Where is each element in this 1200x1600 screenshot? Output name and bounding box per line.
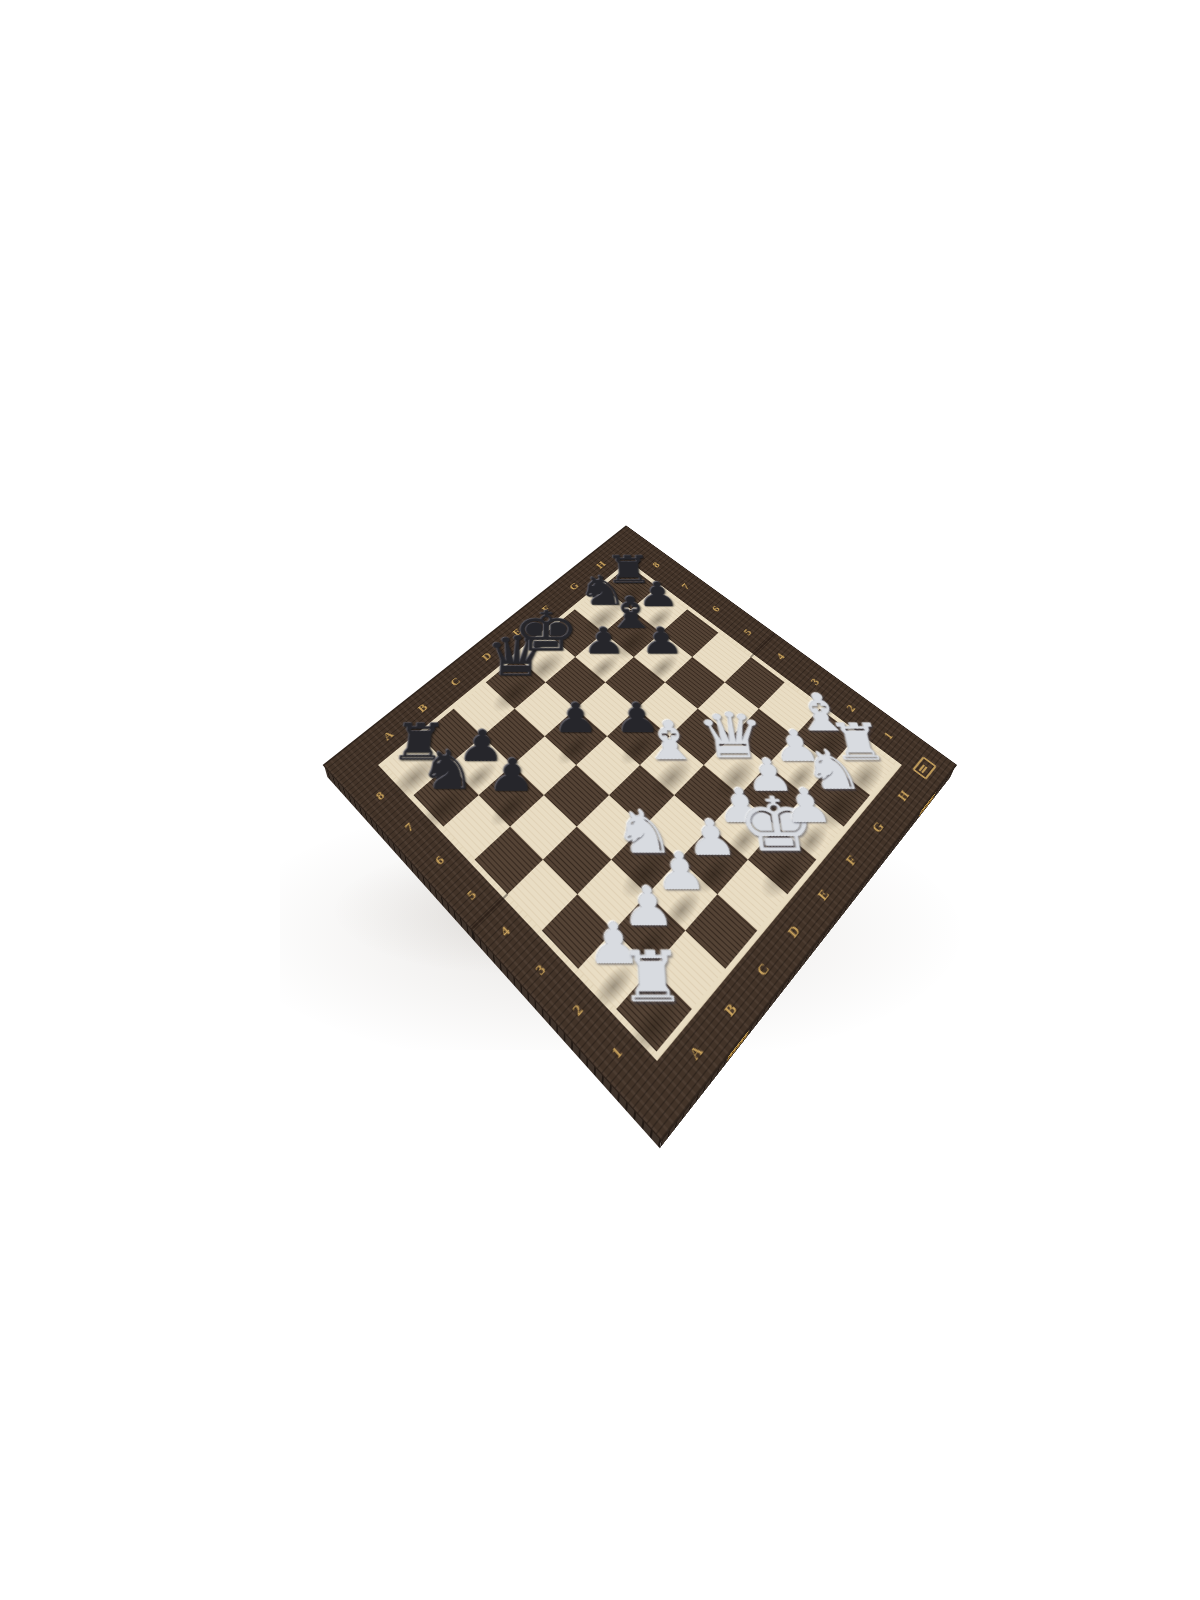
rank-label-left-7: 7: [401, 819, 417, 835]
square-a5[interactable]: [475, 827, 543, 895]
square-a3[interactable]: [542, 894, 614, 969]
square-c1[interactable]: [685, 894, 757, 969]
piece-black-queen-d8[interactable]: ♛: [474, 628, 557, 683]
chess-board: AABBCCDDEEFFGGHH1122334455667788 ♜♛♚♞♜♞♟…: [324, 526, 956, 1139]
rank-label-left-2: 2: [568, 1000, 587, 1020]
rank-label-left-3: 3: [532, 960, 550, 979]
square-b3[interactable]: [577, 860, 647, 931]
file-label-near-A: A: [685, 1040, 707, 1064]
black-pawn-glyph: ♟: [639, 623, 685, 659]
rank-label-left-8: 8: [373, 788, 388, 803]
file-label-near-H: H: [894, 787, 914, 804]
rank-label-left-1: 1: [607, 1042, 626, 1063]
rank-label-right-5: 5: [740, 626, 755, 638]
square-a2[interactable]: [578, 931, 652, 1009]
file-label-near-B: B: [720, 999, 741, 1021]
rank-label-right-4: 4: [773, 650, 788, 662]
file-label-far-C: C: [447, 675, 463, 689]
square-d1[interactable]: [717, 860, 787, 931]
photo-scene: AABBCCDDEEFFGGHH1122334455667788 ♜♛♚♞♜♞♟…: [0, 0, 1200, 1600]
file-label-near-C: C: [753, 959, 774, 981]
square-a1[interactable]: [616, 969, 692, 1052]
square-b4[interactable]: [543, 827, 611, 895]
fold-seam-right-frame: [750, 633, 775, 657]
square-c2[interactable]: [647, 860, 717, 931]
brand-plaque: [912, 756, 937, 780]
rank-label-left-5: 5: [463, 886, 480, 903]
piece-black-pawn-g6[interactable]: ♟: [620, 604, 704, 657]
square-b5[interactable]: [510, 795, 577, 859]
square-a6[interactable]: [443, 795, 510, 859]
rank-label-left-6: 6: [432, 852, 448, 869]
rank-label-left-4: 4: [497, 922, 514, 940]
square-a4[interactable]: [507, 860, 577, 931]
black-pawn-glyph: ♟: [553, 698, 600, 739]
file-label-near-E: E: [813, 886, 833, 905]
black-pawn-glyph: ♟: [582, 623, 626, 659]
fold-seam-left-frame: [471, 893, 508, 929]
rank-label-right-6: 6: [709, 603, 723, 614]
file-label-near-G: G: [868, 818, 888, 836]
file-label-near-F: F: [842, 852, 861, 870]
square-b1[interactable]: [652, 931, 726, 1009]
square-b2[interactable]: [614, 894, 686, 969]
square-e1[interactable]: [748, 827, 816, 895]
file-label-near-D: D: [784, 921, 805, 942]
